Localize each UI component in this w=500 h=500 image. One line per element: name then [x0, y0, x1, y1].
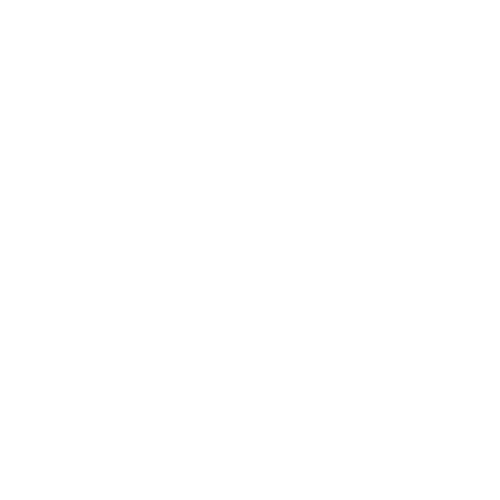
chess-set-product-photo — [0, 0, 500, 500]
chessboard-svg — [0, 0, 500, 500]
